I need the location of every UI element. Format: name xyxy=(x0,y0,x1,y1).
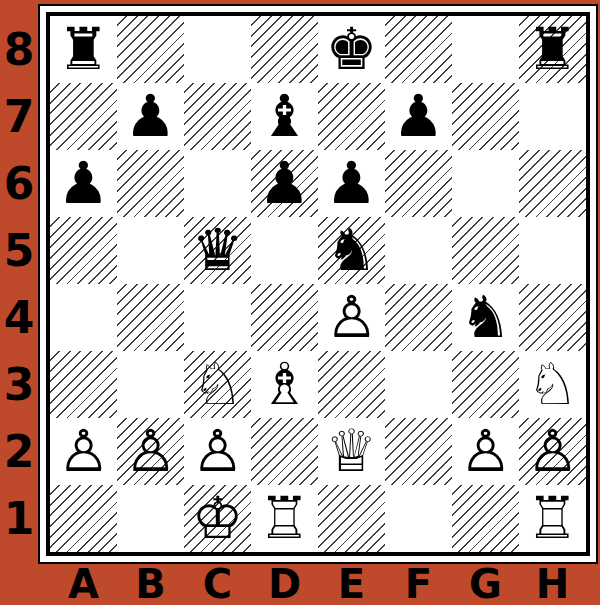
square-c8[interactable] xyxy=(184,16,251,83)
black-knight-icon: ♞ xyxy=(326,217,378,284)
black-pawn-icon: ♟ xyxy=(393,83,445,150)
file-labels: ABCDEFGH xyxy=(50,562,586,605)
square-d8[interactable] xyxy=(251,16,318,83)
square-d1[interactable]: ♖ xyxy=(251,485,318,552)
square-a7[interactable] xyxy=(50,83,117,150)
white-knight-icon: ♘ xyxy=(192,351,244,418)
square-g7[interactable] xyxy=(452,83,519,150)
square-e3[interactable] xyxy=(318,351,385,418)
square-c7[interactable] xyxy=(184,83,251,150)
black-pawn-icon: ♟ xyxy=(58,150,110,217)
square-e7[interactable] xyxy=(318,83,385,150)
square-c4[interactable] xyxy=(184,284,251,351)
square-h4[interactable] xyxy=(519,284,586,351)
white-knight-icon: ♘ xyxy=(527,351,579,418)
black-knight-icon: ♞ xyxy=(460,284,512,351)
square-f3[interactable] xyxy=(385,351,452,418)
square-g2[interactable]: ♙ xyxy=(452,418,519,485)
square-e5[interactable]: ♞ xyxy=(318,217,385,284)
square-b2[interactable]: ♙ xyxy=(117,418,184,485)
square-h5[interactable] xyxy=(519,217,586,284)
square-a6[interactable]: ♟ xyxy=(50,150,117,217)
square-b5[interactable] xyxy=(117,217,184,284)
square-d6[interactable]: ♟ xyxy=(251,150,318,217)
square-f8[interactable] xyxy=(385,16,452,83)
rank-label-4: 4 xyxy=(0,284,38,351)
square-h8[interactable]: ♜ xyxy=(519,16,586,83)
square-g6[interactable] xyxy=(452,150,519,217)
file-label-b: B xyxy=(117,562,184,605)
file-label-a: A xyxy=(50,562,117,605)
square-h1[interactable]: ♖ xyxy=(519,485,586,552)
square-g1[interactable] xyxy=(452,485,519,552)
square-a4[interactable] xyxy=(50,284,117,351)
black-bishop-icon: ♝ xyxy=(259,83,311,150)
square-g4[interactable]: ♞ xyxy=(452,284,519,351)
square-e4[interactable]: ♙ xyxy=(318,284,385,351)
white-rook-icon: ♖ xyxy=(527,485,579,552)
black-king-icon: ♚ xyxy=(326,16,378,83)
rank-label-7: 7 xyxy=(0,83,38,150)
square-c6[interactable] xyxy=(184,150,251,217)
square-e6[interactable]: ♟ xyxy=(318,150,385,217)
square-e2[interactable]: ♕ xyxy=(318,418,385,485)
black-pawn-icon: ♟ xyxy=(326,150,378,217)
white-queen-icon: ♕ xyxy=(326,418,378,485)
square-f6[interactable] xyxy=(385,150,452,217)
square-e8[interactable]: ♚ xyxy=(318,16,385,83)
file-label-c: C xyxy=(184,562,251,605)
square-h2[interactable]: ♙ xyxy=(519,418,586,485)
square-b1[interactable] xyxy=(117,485,184,552)
square-f2[interactable] xyxy=(385,418,452,485)
square-f7[interactable]: ♟ xyxy=(385,83,452,150)
square-e1[interactable] xyxy=(318,485,385,552)
square-c2[interactable]: ♙ xyxy=(184,418,251,485)
square-g5[interactable] xyxy=(452,217,519,284)
rank-label-6: 6 xyxy=(0,150,38,217)
square-a3[interactable] xyxy=(50,351,117,418)
square-h3[interactable]: ♘ xyxy=(519,351,586,418)
file-label-e: E xyxy=(318,562,385,605)
square-h7[interactable] xyxy=(519,83,586,150)
square-c3[interactable]: ♘ xyxy=(184,351,251,418)
square-c1[interactable]: ♔ xyxy=(184,485,251,552)
board: ♜♚♜♟♝♟♟♟♟♛♞♙♞♘♗♘♙♙♙♕♙♙♔♖♖ xyxy=(46,12,590,556)
rank-labels: 87654321 xyxy=(0,16,38,552)
square-d2[interactable] xyxy=(251,418,318,485)
rank-label-1: 1 xyxy=(0,485,38,552)
file-label-h: H xyxy=(519,562,586,605)
square-h6[interactable] xyxy=(519,150,586,217)
square-c5[interactable]: ♛ xyxy=(184,217,251,284)
square-b6[interactable] xyxy=(117,150,184,217)
white-pawn-icon: ♙ xyxy=(192,418,244,485)
file-label-g: G xyxy=(452,562,519,605)
square-g8[interactable] xyxy=(452,16,519,83)
rank-label-2: 2 xyxy=(0,418,38,485)
square-b3[interactable] xyxy=(117,351,184,418)
square-b7[interactable]: ♟ xyxy=(117,83,184,150)
white-pawn-icon: ♙ xyxy=(58,418,110,485)
file-label-d: D xyxy=(251,562,318,605)
rank-label-3: 3 xyxy=(0,351,38,418)
square-d3[interactable]: ♗ xyxy=(251,351,318,418)
file-label-f: F xyxy=(385,562,452,605)
white-bishop-icon: ♗ xyxy=(259,351,311,418)
black-pawn-icon: ♟ xyxy=(259,150,311,217)
square-f4[interactable] xyxy=(385,284,452,351)
board-panel: ♜♚♜♟♝♟♟♟♟♛♞♙♞♘♗♘♙♙♙♕♙♙♔♖♖ xyxy=(38,4,598,564)
black-pawn-icon: ♟ xyxy=(125,83,177,150)
black-rook-icon: ♜ xyxy=(527,16,579,83)
white-pawn-icon: ♙ xyxy=(125,418,177,485)
square-d7[interactable]: ♝ xyxy=(251,83,318,150)
white-pawn-icon: ♙ xyxy=(460,418,512,485)
square-a8[interactable]: ♜ xyxy=(50,16,117,83)
square-a1[interactable] xyxy=(50,485,117,552)
square-f5[interactable] xyxy=(385,217,452,284)
square-d5[interactable] xyxy=(251,217,318,284)
square-g3[interactable] xyxy=(452,351,519,418)
white-pawn-icon: ♙ xyxy=(326,284,378,351)
rank-label-8: 8 xyxy=(0,16,38,83)
white-king-icon: ♔ xyxy=(192,485,244,552)
square-b4[interactable] xyxy=(117,284,184,351)
square-f1[interactable] xyxy=(385,485,452,552)
black-queen-icon: ♛ xyxy=(192,217,244,284)
white-pawn-icon: ♙ xyxy=(527,418,579,485)
square-b8[interactable] xyxy=(117,16,184,83)
rank-label-5: 5 xyxy=(0,217,38,284)
black-rook-icon: ♜ xyxy=(58,16,110,83)
square-d4[interactable] xyxy=(251,284,318,351)
square-a2[interactable]: ♙ xyxy=(50,418,117,485)
square-a5[interactable] xyxy=(50,217,117,284)
white-rook-icon: ♖ xyxy=(259,485,311,552)
